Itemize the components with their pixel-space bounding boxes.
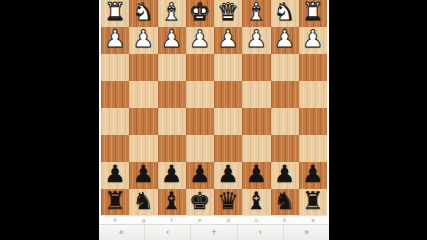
- file-label-g: g: [129, 216, 157, 224]
- square-b5[interactable]: [271, 108, 299, 135]
- piece-white-pawn: ♟: [104, 27, 126, 51]
- square-a1[interactable]: ♜: [299, 0, 327, 27]
- piece-white-knight: ♞: [274, 0, 296, 24]
- piece-white-queen: ♛: [217, 0, 239, 24]
- square-f2[interactable]: ♟: [158, 27, 186, 54]
- nav-next-button[interactable]: ›: [237, 225, 283, 240]
- piece-white-rook: ♜: [302, 0, 324, 24]
- square-f4[interactable]: [158, 81, 186, 108]
- square-e7[interactable]: ♟: [186, 162, 214, 189]
- move-navigation-bar: «‹+›»: [99, 224, 329, 240]
- piece-white-pawn: ♟: [189, 27, 211, 51]
- nav-first-button[interactable]: «: [99, 225, 144, 240]
- square-a2[interactable]: ♟: [299, 27, 327, 54]
- piece-white-bishop: ♝: [246, 0, 268, 24]
- square-e4[interactable]: [186, 81, 214, 108]
- square-f6[interactable]: [158, 135, 186, 162]
- nav-menu-button[interactable]: +: [190, 225, 236, 240]
- square-d8[interactable]: ♛: [214, 189, 242, 216]
- square-d7[interactable]: ♟: [214, 162, 242, 189]
- piece-black-pawn: ♟: [133, 162, 155, 186]
- piece-white-knight: ♞: [133, 0, 155, 24]
- square-d5[interactable]: [214, 108, 242, 135]
- square-g7[interactable]: ♟: [129, 162, 157, 189]
- file-label-b: b: [271, 216, 299, 224]
- square-c7[interactable]: ♟: [242, 162, 270, 189]
- nav-previous-button[interactable]: ‹: [144, 225, 190, 240]
- square-b3[interactable]: [271, 54, 299, 81]
- piece-white-pawn: ♟: [161, 27, 183, 51]
- square-a7[interactable]: ♟: [299, 162, 327, 189]
- square-h4[interactable]: [101, 81, 129, 108]
- piece-white-pawn: ♟: [302, 27, 324, 51]
- square-d3[interactable]: [214, 54, 242, 81]
- square-h7[interactable]: ♟: [101, 162, 129, 189]
- square-f7[interactable]: ♟: [158, 162, 186, 189]
- square-g5[interactable]: [129, 108, 157, 135]
- piece-black-pawn: ♟: [246, 162, 268, 186]
- square-d4[interactable]: [214, 81, 242, 108]
- square-e2[interactable]: ♟: [186, 27, 214, 54]
- square-d1[interactable]: ♛: [214, 0, 242, 27]
- square-e1[interactable]: ♚: [186, 0, 214, 27]
- square-c2[interactable]: ♟: [242, 27, 270, 54]
- piece-white-king: ♚: [189, 0, 211, 24]
- piece-black-queen: ♛: [217, 189, 239, 213]
- square-c1[interactable]: ♝: [242, 0, 270, 27]
- file-label-d: d: [214, 216, 242, 224]
- square-b7[interactable]: ♟: [271, 162, 299, 189]
- square-c5[interactable]: [242, 108, 270, 135]
- piece-white-pawn: ♟: [246, 27, 268, 51]
- piece-black-pawn: ♟: [217, 162, 239, 186]
- square-e8[interactable]: ♚: [186, 189, 214, 216]
- square-a3[interactable]: [299, 54, 327, 81]
- square-h1[interactable]: ♜: [101, 0, 129, 27]
- piece-black-pawn: ♟: [161, 162, 183, 186]
- square-g1[interactable]: ♞: [129, 0, 157, 27]
- piece-black-knight: ♞: [274, 189, 296, 213]
- square-a8[interactable]: ♜: [299, 189, 327, 216]
- square-f1[interactable]: ♝: [158, 0, 186, 27]
- piece-black-bishop: ♝: [246, 189, 268, 213]
- square-h2[interactable]: ♟: [101, 27, 129, 54]
- piece-black-rook: ♜: [104, 189, 126, 213]
- square-g8[interactable]: ♞: [129, 189, 157, 216]
- square-b4[interactable]: [271, 81, 299, 108]
- piece-white-pawn: ♟: [217, 27, 239, 51]
- piece-white-pawn: ♟: [274, 27, 296, 51]
- piece-white-pawn: ♟: [133, 27, 155, 51]
- square-e6[interactable]: [186, 135, 214, 162]
- square-b6[interactable]: [271, 135, 299, 162]
- square-g6[interactable]: [129, 135, 157, 162]
- chess-widget: ♜♞♝♚♛♝♞♜♟♟♟♟♟♟♟♟♟♟♟♟♟♟♟♟♜♞♝♚♛♝♞♜ hgfedcb…: [99, 0, 329, 240]
- piece-black-pawn: ♟: [104, 162, 126, 186]
- piece-black-pawn: ♟: [302, 162, 324, 186]
- square-c3[interactable]: [242, 54, 270, 81]
- file-labels-strip: hgfedcba: [101, 215, 327, 224]
- square-b1[interactable]: ♞: [271, 0, 299, 27]
- square-b8[interactable]: ♞: [271, 189, 299, 216]
- square-h3[interactable]: [101, 54, 129, 81]
- square-g4[interactable]: [129, 81, 157, 108]
- square-c8[interactable]: ♝: [242, 189, 270, 216]
- square-e3[interactable]: [186, 54, 214, 81]
- square-e5[interactable]: [186, 108, 214, 135]
- square-a4[interactable]: [299, 81, 327, 108]
- square-d6[interactable]: [214, 135, 242, 162]
- square-a5[interactable]: [299, 108, 327, 135]
- square-c4[interactable]: [242, 81, 270, 108]
- file-label-a: a: [299, 216, 327, 224]
- square-a6[interactable]: [299, 135, 327, 162]
- square-c6[interactable]: [242, 135, 270, 162]
- piece-black-pawn: ♟: [189, 162, 211, 186]
- piece-black-king: ♚: [189, 189, 211, 213]
- square-h6[interactable]: [101, 135, 129, 162]
- file-label-h: h: [101, 216, 129, 224]
- square-f3[interactable]: [158, 54, 186, 81]
- piece-black-rook: ♜: [302, 189, 324, 213]
- square-f8[interactable]: ♝: [158, 189, 186, 216]
- piece-black-pawn: ♟: [274, 162, 296, 186]
- piece-black-bishop: ♝: [161, 189, 183, 213]
- square-g3[interactable]: [129, 54, 157, 81]
- file-label-e: e: [186, 216, 214, 224]
- nav-last-button[interactable]: »: [283, 225, 329, 240]
- square-h5[interactable]: [101, 108, 129, 135]
- square-h8[interactable]: ♜: [101, 189, 129, 216]
- square-g2[interactable]: ♟: [129, 27, 157, 54]
- file-label-f: f: [158, 216, 186, 224]
- piece-white-bishop: ♝: [161, 0, 183, 24]
- chess-board: ♜♞♝♚♛♝♞♜♟♟♟♟♟♟♟♟♟♟♟♟♟♟♟♟♜♞♝♚♛♝♞♜: [101, 0, 327, 215]
- file-label-c: c: [242, 216, 270, 224]
- piece-white-rook: ♜: [104, 0, 126, 24]
- chess-app-canvas: ♜♞♝♚♛♝♞♜♟♟♟♟♟♟♟♟♟♟♟♟♟♟♟♟♜♞♝♚♛♝♞♜ hgfedcb…: [0, 0, 427, 240]
- square-d2[interactable]: ♟: [214, 27, 242, 54]
- square-f5[interactable]: [158, 108, 186, 135]
- square-b2[interactable]: ♟: [271, 27, 299, 54]
- piece-black-knight: ♞: [133, 189, 155, 213]
